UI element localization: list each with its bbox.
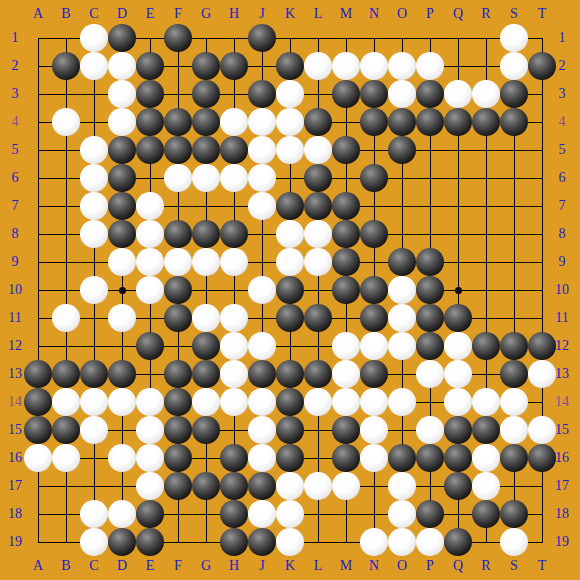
col-label-top-S: S	[501, 6, 527, 22]
star-point-D10	[119, 287, 126, 294]
stone-S18-black[interactable]	[500, 500, 528, 528]
stone-P9-black[interactable]	[416, 248, 444, 276]
stone-O3-white[interactable]	[388, 80, 416, 108]
stone-K8-white[interactable]	[276, 220, 304, 248]
stone-P2-white[interactable]	[416, 52, 444, 80]
stone-J14-white[interactable]	[248, 388, 276, 416]
row-label-right-18: 18	[549, 506, 575, 522]
stone-H2-black[interactable]	[220, 52, 248, 80]
stone-O9-black[interactable]	[388, 248, 416, 276]
stone-D2-white[interactable]	[108, 52, 136, 80]
stone-D14-white[interactable]	[108, 388, 136, 416]
stone-K5-white[interactable]	[276, 136, 304, 164]
row-label-left-14: 14	[2, 394, 28, 410]
stone-K4-white[interactable]	[276, 108, 304, 136]
stone-H8-black[interactable]	[220, 220, 248, 248]
col-label-bottom-Q: Q	[445, 558, 471, 574]
stone-P3-black[interactable]	[416, 80, 444, 108]
col-label-top-G: G	[193, 6, 219, 22]
stone-L13-black[interactable]	[304, 360, 332, 388]
stone-N2-white[interactable]	[360, 52, 388, 80]
stone-O12-white[interactable]	[388, 332, 416, 360]
row-label-right-12: 12	[549, 338, 575, 354]
stone-J3-black[interactable]	[248, 80, 276, 108]
stone-D13-black[interactable]	[108, 360, 136, 388]
stone-R3-white[interactable]	[472, 80, 500, 108]
col-label-bottom-J: J	[249, 558, 275, 574]
col-label-top-T: T	[529, 6, 555, 22]
stone-G2-black[interactable]	[192, 52, 220, 80]
stone-L7-black[interactable]	[304, 192, 332, 220]
stone-P4-black[interactable]	[416, 108, 444, 136]
stone-M10-black[interactable]	[332, 276, 360, 304]
col-label-bottom-D: D	[109, 558, 135, 574]
stone-J15-white[interactable]	[248, 416, 276, 444]
col-label-bottom-R: R	[473, 558, 499, 574]
stone-Q19-black[interactable]	[444, 528, 472, 556]
row-label-right-14: 14	[549, 394, 575, 410]
stone-N8-black[interactable]	[360, 220, 388, 248]
stone-L8-white[interactable]	[304, 220, 332, 248]
stone-M12-white[interactable]	[332, 332, 360, 360]
stone-G17-black[interactable]	[192, 472, 220, 500]
stone-D6-black[interactable]	[108, 164, 136, 192]
stone-G12-black[interactable]	[192, 332, 220, 360]
row-label-left-11: 11	[2, 310, 28, 326]
stone-M15-black[interactable]	[332, 416, 360, 444]
stone-J18-white[interactable]	[248, 500, 276, 528]
stone-J7-white[interactable]	[248, 192, 276, 220]
stone-O10-white[interactable]	[388, 276, 416, 304]
stone-B2-black[interactable]	[52, 52, 80, 80]
stone-N19-white[interactable]	[360, 528, 388, 556]
stone-M2-white[interactable]	[332, 52, 360, 80]
stone-N3-black[interactable]	[360, 80, 388, 108]
stone-N4-black[interactable]	[360, 108, 388, 136]
stone-H13-white[interactable]	[220, 360, 248, 388]
stone-S4-black[interactable]	[500, 108, 528, 136]
stone-F10-black[interactable]	[164, 276, 192, 304]
stone-E8-white[interactable]	[136, 220, 164, 248]
stone-G8-black[interactable]	[192, 220, 220, 248]
stone-P12-black[interactable]	[416, 332, 444, 360]
stone-K18-white[interactable]	[276, 500, 304, 528]
stone-F16-black[interactable]	[164, 444, 192, 472]
stone-H19-black[interactable]	[220, 528, 248, 556]
stone-N12-white[interactable]	[360, 332, 388, 360]
stone-L14-white[interactable]	[304, 388, 332, 416]
stone-Q14-white[interactable]	[444, 388, 472, 416]
row-label-right-10: 10	[549, 282, 575, 298]
stone-J5-white[interactable]	[248, 136, 276, 164]
col-label-bottom-G: G	[193, 558, 219, 574]
stone-F11-black[interactable]	[164, 304, 192, 332]
col-label-top-N: N	[361, 6, 387, 22]
stone-C5-white[interactable]	[80, 136, 108, 164]
stone-R4-black[interactable]	[472, 108, 500, 136]
col-label-top-L: L	[305, 6, 331, 22]
stone-O14-white[interactable]	[388, 388, 416, 416]
stone-M8-black[interactable]	[332, 220, 360, 248]
stone-C7-white[interactable]	[80, 192, 108, 220]
stone-H18-black[interactable]	[220, 500, 248, 528]
row-label-right-4: 4	[549, 114, 575, 130]
row-label-left-2: 2	[2, 58, 28, 74]
row-label-right-15: 15	[549, 422, 575, 438]
row-label-left-3: 3	[2, 86, 28, 102]
row-label-left-18: 18	[2, 506, 28, 522]
row-label-right-13: 13	[549, 366, 575, 382]
stone-G6-white[interactable]	[192, 164, 220, 192]
col-label-top-P: P	[417, 6, 443, 22]
stone-Q12-white[interactable]	[444, 332, 472, 360]
col-label-bottom-S: S	[501, 558, 527, 574]
stone-L6-black[interactable]	[304, 164, 332, 192]
stone-E7-white[interactable]	[136, 192, 164, 220]
stone-F8-black[interactable]	[164, 220, 192, 248]
stone-P16-black[interactable]	[416, 444, 444, 472]
stone-C2-white[interactable]	[80, 52, 108, 80]
stone-F14-black[interactable]	[164, 388, 192, 416]
stone-O4-black[interactable]	[388, 108, 416, 136]
stone-B14-white[interactable]	[52, 388, 80, 416]
stone-H5-black[interactable]	[220, 136, 248, 164]
stone-S16-black[interactable]	[500, 444, 528, 472]
row-label-left-6: 6	[2, 170, 28, 186]
row-label-left-5: 5	[2, 142, 28, 158]
col-label-bottom-E: E	[137, 558, 163, 574]
stone-S3-black[interactable]	[500, 80, 528, 108]
stone-A13-black[interactable]	[24, 360, 52, 388]
stone-H14-white[interactable]	[220, 388, 248, 416]
stone-F15-black[interactable]	[164, 416, 192, 444]
col-label-bottom-T: T	[529, 558, 555, 574]
stone-R15-black[interactable]	[472, 416, 500, 444]
row-label-left-9: 9	[2, 254, 28, 270]
row-label-right-5: 5	[549, 142, 575, 158]
stone-S19-white[interactable]	[500, 528, 528, 556]
star-point-Q10	[455, 287, 462, 294]
stone-L2-white[interactable]	[304, 52, 332, 80]
row-label-left-15: 15	[2, 422, 28, 438]
stone-D1-black[interactable]	[108, 24, 136, 52]
stone-E12-black[interactable]	[136, 332, 164, 360]
stone-G13-black[interactable]	[192, 360, 220, 388]
stone-R14-white[interactable]	[472, 388, 500, 416]
stone-P18-black[interactable]	[416, 500, 444, 528]
stone-D8-black[interactable]	[108, 220, 136, 248]
stone-N11-black[interactable]	[360, 304, 388, 332]
stone-D4-white[interactable]	[108, 108, 136, 136]
col-label-bottom-F: F	[165, 558, 191, 574]
row-label-right-1: 1	[549, 30, 575, 46]
stone-K7-black[interactable]	[276, 192, 304, 220]
stone-S13-black[interactable]	[500, 360, 528, 388]
stone-P10-black[interactable]	[416, 276, 444, 304]
row-label-left-16: 16	[2, 450, 28, 466]
col-label-top-C: C	[81, 6, 107, 22]
row-label-left-10: 10	[2, 282, 28, 298]
stone-K11-black[interactable]	[276, 304, 304, 332]
stone-G15-black[interactable]	[192, 416, 220, 444]
row-label-right-11: 11	[549, 310, 575, 326]
stone-G5-black[interactable]	[192, 136, 220, 164]
row-label-left-7: 7	[2, 198, 28, 214]
stone-F9-white[interactable]	[164, 248, 192, 276]
stone-N13-black[interactable]	[360, 360, 388, 388]
stone-M7-black[interactable]	[332, 192, 360, 220]
stone-S2-white[interactable]	[500, 52, 528, 80]
stone-M3-black[interactable]	[332, 80, 360, 108]
stone-E14-white[interactable]	[136, 388, 164, 416]
row-label-left-1: 1	[2, 30, 28, 46]
stone-E2-black[interactable]	[136, 52, 164, 80]
stone-Q17-black[interactable]	[444, 472, 472, 500]
stone-C14-white[interactable]	[80, 388, 108, 416]
stone-C13-black[interactable]	[80, 360, 108, 388]
stone-F6-white[interactable]	[164, 164, 192, 192]
col-label-bottom-O: O	[389, 558, 415, 574]
stone-R12-black[interactable]	[472, 332, 500, 360]
row-label-left-12: 12	[2, 338, 28, 354]
stone-H11-white[interactable]	[220, 304, 248, 332]
stone-L4-black[interactable]	[304, 108, 332, 136]
row-label-left-19: 19	[2, 534, 28, 550]
stone-B13-black[interactable]	[52, 360, 80, 388]
stone-E4-black[interactable]	[136, 108, 164, 136]
col-label-top-D: D	[109, 6, 135, 22]
col-label-top-K: K	[277, 6, 303, 22]
col-label-bottom-A: A	[25, 558, 51, 574]
col-label-top-B: B	[53, 6, 79, 22]
stone-L9-white[interactable]	[304, 248, 332, 276]
stone-B16-white[interactable]	[52, 444, 80, 472]
col-label-top-H: H	[221, 6, 247, 22]
stone-K2-black[interactable]	[276, 52, 304, 80]
stone-C18-white[interactable]	[80, 500, 108, 528]
col-label-bottom-M: M	[333, 558, 359, 574]
stone-D18-white[interactable]	[108, 500, 136, 528]
stone-J16-white[interactable]	[248, 444, 276, 472]
stone-K13-black[interactable]	[276, 360, 304, 388]
row-label-left-13: 13	[2, 366, 28, 382]
stone-L11-black[interactable]	[304, 304, 332, 332]
stone-D3-white[interactable]	[108, 80, 136, 108]
stone-S12-black[interactable]	[500, 332, 528, 360]
row-label-right-19: 19	[549, 534, 575, 550]
stone-H17-black[interactable]	[220, 472, 248, 500]
stone-C15-white[interactable]	[80, 416, 108, 444]
stone-R17-white[interactable]	[472, 472, 500, 500]
stone-N14-white[interactable]	[360, 388, 388, 416]
stone-M16-black[interactable]	[332, 444, 360, 472]
col-label-top-E: E	[137, 6, 163, 22]
stone-E5-black[interactable]	[136, 136, 164, 164]
stone-N6-black[interactable]	[360, 164, 388, 192]
col-label-bottom-N: N	[361, 558, 387, 574]
stone-G3-black[interactable]	[192, 80, 220, 108]
stone-J12-white[interactable]	[248, 332, 276, 360]
stone-B15-black[interactable]	[52, 416, 80, 444]
stone-P15-white[interactable]	[416, 416, 444, 444]
stone-F1-black[interactable]	[164, 24, 192, 52]
col-label-top-F: F	[165, 6, 191, 22]
row-label-right-7: 7	[549, 198, 575, 214]
stone-O2-white[interactable]	[388, 52, 416, 80]
stone-E9-white[interactable]	[136, 248, 164, 276]
stone-D7-black[interactable]	[108, 192, 136, 220]
stone-D19-black[interactable]	[108, 528, 136, 556]
stone-D9-white[interactable]	[108, 248, 136, 276]
stone-J1-black[interactable]	[248, 24, 276, 52]
stone-H12-white[interactable]	[220, 332, 248, 360]
stone-E10-white[interactable]	[136, 276, 164, 304]
stone-K17-white[interactable]	[276, 472, 304, 500]
stone-R18-black[interactable]	[472, 500, 500, 528]
stone-K3-white[interactable]	[276, 80, 304, 108]
stone-B4-white[interactable]	[52, 108, 80, 136]
col-label-top-O: O	[389, 6, 415, 22]
stone-F4-black[interactable]	[164, 108, 192, 136]
stone-J6-white[interactable]	[248, 164, 276, 192]
stone-S14-white[interactable]	[500, 388, 528, 416]
stone-H6-white[interactable]	[220, 164, 248, 192]
stone-D11-white[interactable]	[108, 304, 136, 332]
stone-H16-black[interactable]	[220, 444, 248, 472]
stone-Q13-white[interactable]	[444, 360, 472, 388]
stone-J17-black[interactable]	[248, 472, 276, 500]
stone-S1-white[interactable]	[500, 24, 528, 52]
stone-F17-black[interactable]	[164, 472, 192, 500]
stone-E15-white[interactable]	[136, 416, 164, 444]
stone-P11-black[interactable]	[416, 304, 444, 332]
row-label-right-8: 8	[549, 226, 575, 242]
stone-M14-white[interactable]	[332, 388, 360, 416]
col-label-bottom-K: K	[277, 558, 303, 574]
stone-R16-white[interactable]	[472, 444, 500, 472]
row-label-right-9: 9	[549, 254, 575, 270]
stone-G11-white[interactable]	[192, 304, 220, 332]
stone-Q11-black[interactable]	[444, 304, 472, 332]
col-label-top-J: J	[249, 6, 275, 22]
stone-C1-white[interactable]	[80, 24, 108, 52]
col-label-bottom-C: C	[81, 558, 107, 574]
go-board[interactable]: AA11BB22CC33DD44EE55FF66GG77HH88JJ99KK10…	[0, 0, 580, 580]
stone-O19-white[interactable]	[388, 528, 416, 556]
stone-P19-white[interactable]	[416, 528, 444, 556]
row-label-right-3: 3	[549, 86, 575, 102]
stone-P13-white[interactable]	[416, 360, 444, 388]
stone-Q15-black[interactable]	[444, 416, 472, 444]
stone-M17-white[interactable]	[332, 472, 360, 500]
stone-J10-white[interactable]	[248, 276, 276, 304]
stone-Q3-white[interactable]	[444, 80, 472, 108]
stone-C6-white[interactable]	[80, 164, 108, 192]
stone-O16-black[interactable]	[388, 444, 416, 472]
stone-O11-white[interactable]	[388, 304, 416, 332]
stone-H9-white[interactable]	[220, 248, 248, 276]
stone-F5-black[interactable]	[164, 136, 192, 164]
stone-J4-white[interactable]	[248, 108, 276, 136]
stone-Q4-black[interactable]	[444, 108, 472, 136]
col-label-bottom-B: B	[53, 558, 79, 574]
stone-L17-white[interactable]	[304, 472, 332, 500]
stone-K10-black[interactable]	[276, 276, 304, 304]
stone-K15-black[interactable]	[276, 416, 304, 444]
row-label-left-17: 17	[2, 478, 28, 494]
stone-N10-black[interactable]	[360, 276, 388, 304]
row-label-right-17: 17	[549, 478, 575, 494]
stone-A14-black[interactable]	[24, 388, 52, 416]
stone-M13-white[interactable]	[332, 360, 360, 388]
row-label-right-6: 6	[549, 170, 575, 186]
stone-M9-black[interactable]	[332, 248, 360, 276]
stone-E16-white[interactable]	[136, 444, 164, 472]
stone-S15-white[interactable]	[500, 416, 528, 444]
stone-L5-white[interactable]	[304, 136, 332, 164]
col-label-top-Q: Q	[445, 6, 471, 22]
stone-K16-black[interactable]	[276, 444, 304, 472]
stone-K19-white[interactable]	[276, 528, 304, 556]
stone-J19-black[interactable]	[248, 528, 276, 556]
stone-E17-white[interactable]	[136, 472, 164, 500]
stone-A16-white[interactable]	[24, 444, 52, 472]
col-label-top-A: A	[25, 6, 51, 22]
stone-D5-black[interactable]	[108, 136, 136, 164]
col-label-bottom-H: H	[221, 558, 247, 574]
col-label-top-M: M	[333, 6, 359, 22]
stone-Q16-black[interactable]	[444, 444, 472, 472]
stone-F13-black[interactable]	[164, 360, 192, 388]
row-label-left-4: 4	[2, 114, 28, 130]
stone-E3-black[interactable]	[136, 80, 164, 108]
row-label-right-16: 16	[549, 450, 575, 466]
stone-H4-white[interactable]	[220, 108, 248, 136]
stone-M5-black[interactable]	[332, 136, 360, 164]
stone-E18-black[interactable]	[136, 500, 164, 528]
stone-E19-black[interactable]	[136, 528, 164, 556]
row-label-right-2: 2	[549, 58, 575, 74]
stone-C10-white[interactable]	[80, 276, 108, 304]
col-label-bottom-P: P	[417, 558, 443, 574]
stone-O17-white[interactable]	[388, 472, 416, 500]
row-label-left-8: 8	[2, 226, 28, 242]
stone-N15-white[interactable]	[360, 416, 388, 444]
stone-B11-white[interactable]	[52, 304, 80, 332]
stone-O18-white[interactable]	[388, 500, 416, 528]
stone-N16-white[interactable]	[360, 444, 388, 472]
col-label-top-R: R	[473, 6, 499, 22]
stone-J13-black[interactable]	[248, 360, 276, 388]
stone-D16-white[interactable]	[108, 444, 136, 472]
stone-G4-black[interactable]	[192, 108, 220, 136]
stone-O5-black[interactable]	[388, 136, 416, 164]
stone-K14-black[interactable]	[276, 388, 304, 416]
stone-C8-white[interactable]	[80, 220, 108, 248]
stone-A15-black[interactable]	[24, 416, 52, 444]
stone-C19-white[interactable]	[80, 528, 108, 556]
stone-K9-white[interactable]	[276, 248, 304, 276]
stone-G14-white[interactable]	[192, 388, 220, 416]
col-label-bottom-L: L	[305, 558, 331, 574]
stone-G9-white[interactable]	[192, 248, 220, 276]
